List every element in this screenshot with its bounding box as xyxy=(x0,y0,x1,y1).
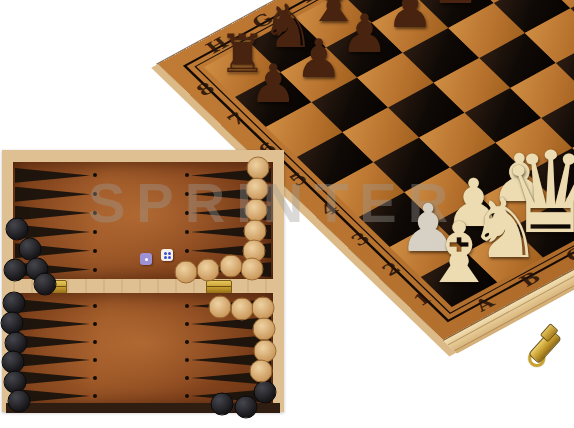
die-2[interactable] xyxy=(161,249,173,261)
checker-light-21[interactable] xyxy=(220,255,243,278)
bg-point-tip-dot xyxy=(93,340,97,344)
bg-point-upper-left-1 xyxy=(15,168,90,183)
bg-point-tip-dot xyxy=(185,230,189,234)
bg-point-tip-dot xyxy=(185,304,189,308)
bg-point-upper-left-3 xyxy=(15,206,90,221)
bg-point-tip-dot xyxy=(93,304,97,308)
checker-light-26[interactable] xyxy=(252,297,275,320)
bg-point-tip-dot xyxy=(185,192,189,196)
bg-point-upper-left-2 xyxy=(15,187,90,202)
die-pip xyxy=(168,256,171,259)
bg-point-tip-dot xyxy=(93,358,97,362)
die-pip xyxy=(164,252,167,255)
bg-point-tip-dot xyxy=(93,230,97,234)
bg-point-tip-dot xyxy=(93,394,97,398)
bg-point-tip-dot xyxy=(93,211,97,215)
brass-clasp[interactable] xyxy=(516,316,574,375)
checker-light-16[interactable] xyxy=(246,178,269,201)
checker-dark-12[interactable] xyxy=(211,393,234,416)
bg-point-tip-dot xyxy=(93,192,97,196)
checker-light-27[interactable] xyxy=(253,318,276,341)
checker-light-22[interactable] xyxy=(197,259,220,282)
bg-point-tip-dot xyxy=(185,249,189,253)
bg-point-tip-dot xyxy=(93,173,97,177)
checker-light-15[interactable] xyxy=(247,157,270,180)
checker-light-24[interactable] xyxy=(209,296,232,319)
bg-point-tip-dot xyxy=(93,249,97,253)
die-pip xyxy=(168,252,171,255)
bg-point-tip-dot xyxy=(93,322,97,326)
bg-point-lower-left-2 xyxy=(15,317,90,331)
bg-point-tip-dot xyxy=(185,340,189,344)
die-pip xyxy=(164,256,167,259)
bg-point-tip-dot xyxy=(185,376,189,380)
die-pip xyxy=(145,258,148,261)
bg-point-tip-dot xyxy=(93,268,97,272)
checker-light-17[interactable] xyxy=(245,199,268,222)
product-photo: HGFEDCBAABCDEFGH87654321 ♟♟♟♝♟♞♟♜♟♟♟♟♛♟♞… xyxy=(0,0,574,428)
bg-point-tip-dot xyxy=(93,376,97,380)
checker-light-25[interactable] xyxy=(231,298,254,321)
checker-dark-1[interactable] xyxy=(6,218,29,241)
die-1[interactable] xyxy=(140,253,152,265)
bg-point-tip-dot xyxy=(185,358,189,362)
checker-dark-14[interactable] xyxy=(254,381,277,404)
checker-dark-3[interactable] xyxy=(4,259,27,282)
checker-light-20[interactable] xyxy=(241,258,264,281)
bg-point-lower-left-1 xyxy=(15,299,90,313)
checker-light-23[interactable] xyxy=(175,261,198,284)
bg-point-tip-dot xyxy=(185,322,189,326)
checker-dark-13[interactable] xyxy=(235,396,258,419)
bg-point-tip-dot xyxy=(185,173,189,177)
bg-point-tip-dot xyxy=(185,394,189,398)
bg-point-lower-left-4 xyxy=(15,353,90,367)
checker-light-29[interactable] xyxy=(250,360,273,383)
checker-dark-11[interactable] xyxy=(8,390,31,413)
checker-dark-5[interactable] xyxy=(34,273,57,296)
hinge-right xyxy=(206,280,232,294)
bg-point-tip-dot xyxy=(185,211,189,215)
